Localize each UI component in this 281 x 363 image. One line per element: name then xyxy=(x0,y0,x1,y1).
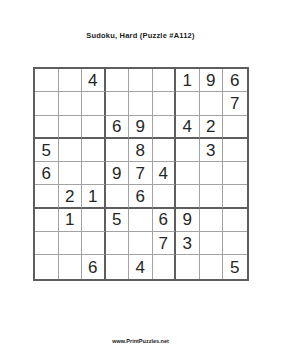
cell-r6c7[interactable] xyxy=(176,185,200,208)
sudoku-board: 4196769425836974216156973645 xyxy=(33,67,249,281)
cell-r2c6[interactable] xyxy=(153,92,177,115)
cell-r3c1[interactable] xyxy=(35,116,59,139)
cell-r6c1[interactable] xyxy=(35,185,59,208)
cell-r5c6: 4 xyxy=(153,162,177,185)
cell-r5c7[interactable] xyxy=(176,162,200,185)
cell-r7c7: 9 xyxy=(176,209,200,232)
cell-r4c7[interactable] xyxy=(176,139,200,162)
cell-r6c6[interactable] xyxy=(153,185,177,208)
cell-r9c7[interactable] xyxy=(176,255,200,278)
cell-r3c4: 6 xyxy=(106,116,130,139)
cell-r7c3[interactable] xyxy=(82,209,106,232)
cell-r2c8[interactable] xyxy=(200,92,224,115)
cell-r7c8[interactable] xyxy=(200,209,224,232)
cell-r3c9[interactable] xyxy=(223,116,247,139)
cell-r5c2[interactable] xyxy=(59,162,83,185)
cell-r2c4[interactable] xyxy=(106,92,130,115)
cell-r2c7[interactable] xyxy=(176,92,200,115)
cell-r1c6[interactable] xyxy=(153,69,177,92)
cell-r9c6[interactable] xyxy=(153,255,177,278)
cell-r3c3[interactable] xyxy=(82,116,106,139)
cell-r8c9[interactable] xyxy=(223,232,247,255)
cell-r2c2[interactable] xyxy=(59,92,83,115)
cell-r6c4[interactable] xyxy=(106,185,130,208)
cell-r5c3[interactable] xyxy=(82,162,106,185)
cell-r2c5[interactable] xyxy=(129,92,153,115)
cell-r8c3[interactable] xyxy=(82,232,106,255)
cell-r8c8[interactable] xyxy=(200,232,224,255)
cell-r6c5: 6 xyxy=(129,185,153,208)
cell-r1c5[interactable] xyxy=(129,69,153,92)
cell-r4c1: 5 xyxy=(35,139,59,162)
cell-r9c5: 4 xyxy=(129,255,153,278)
cell-r3c2[interactable] xyxy=(59,116,83,139)
puzzle-page: Sudoku, Hard (Puzzle #A112) 419676942583… xyxy=(0,0,281,363)
cell-r5c9[interactable] xyxy=(223,162,247,185)
cell-r9c8[interactable] xyxy=(200,255,224,278)
cell-r4c4[interactable] xyxy=(106,139,130,162)
cell-r7c6: 6 xyxy=(153,209,177,232)
cell-r2c9: 7 xyxy=(223,92,247,115)
cell-r1c7: 1 xyxy=(176,69,200,92)
cell-r7c9[interactable] xyxy=(223,209,247,232)
cell-r8c1[interactable] xyxy=(35,232,59,255)
footer-url: www.PrintPuzzles.net xyxy=(0,338,281,344)
cell-r6c3: 1 xyxy=(82,185,106,208)
cell-r8c7: 3 xyxy=(176,232,200,255)
cell-r6c2: 2 xyxy=(59,185,83,208)
cell-r3c6[interactable] xyxy=(153,116,177,139)
cell-r3c5: 9 xyxy=(129,116,153,139)
cell-r9c3: 6 xyxy=(82,255,106,278)
cell-r8c5[interactable] xyxy=(129,232,153,255)
cell-r1c8: 9 xyxy=(200,69,224,92)
cell-r4c6[interactable] xyxy=(153,139,177,162)
cell-r9c2[interactable] xyxy=(59,255,83,278)
cell-r3c8: 2 xyxy=(200,116,224,139)
cell-r7c5[interactable] xyxy=(129,209,153,232)
cell-r5c1: 6 xyxy=(35,162,59,185)
cell-r7c4: 5 xyxy=(106,209,130,232)
cell-r5c4: 9 xyxy=(106,162,130,185)
cell-r4c8: 3 xyxy=(200,139,224,162)
cell-r4c5: 8 xyxy=(129,139,153,162)
cell-r2c1[interactable] xyxy=(35,92,59,115)
cell-r5c5: 7 xyxy=(129,162,153,185)
cell-r8c6: 7 xyxy=(153,232,177,255)
cell-r5c8[interactable] xyxy=(200,162,224,185)
cell-r4c2[interactable] xyxy=(59,139,83,162)
cell-r1c4[interactable] xyxy=(106,69,130,92)
cell-r9c9: 5 xyxy=(223,255,247,278)
puzzle-title: Sudoku, Hard (Puzzle #A112) xyxy=(0,31,281,40)
cell-r1c9: 6 xyxy=(223,69,247,92)
cell-r8c2[interactable] xyxy=(59,232,83,255)
cell-r8c4[interactable] xyxy=(106,232,130,255)
cell-r3c7: 4 xyxy=(176,116,200,139)
cell-r9c4[interactable] xyxy=(106,255,130,278)
cell-r7c2: 1 xyxy=(59,209,83,232)
cell-r6c9[interactable] xyxy=(223,185,247,208)
cell-r1c3: 4 xyxy=(82,69,106,92)
cell-r4c3[interactable] xyxy=(82,139,106,162)
cell-r1c1[interactable] xyxy=(35,69,59,92)
cell-r9c1[interactable] xyxy=(35,255,59,278)
cell-r6c8[interactable] xyxy=(200,185,224,208)
cell-r7c1[interactable] xyxy=(35,209,59,232)
cell-r1c2[interactable] xyxy=(59,69,83,92)
cell-r2c3[interactable] xyxy=(82,92,106,115)
cell-r4c9[interactable] xyxy=(223,139,247,162)
